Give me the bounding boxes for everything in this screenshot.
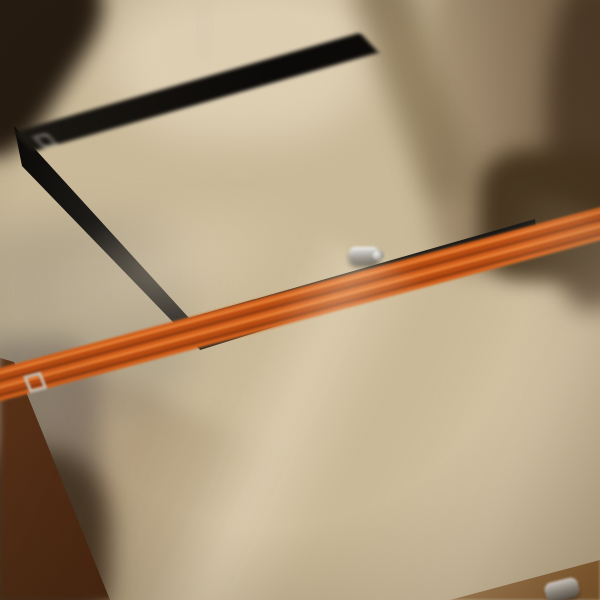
photo-scene: [0, 0, 600, 600]
photo-vignette: [0, 0, 600, 600]
